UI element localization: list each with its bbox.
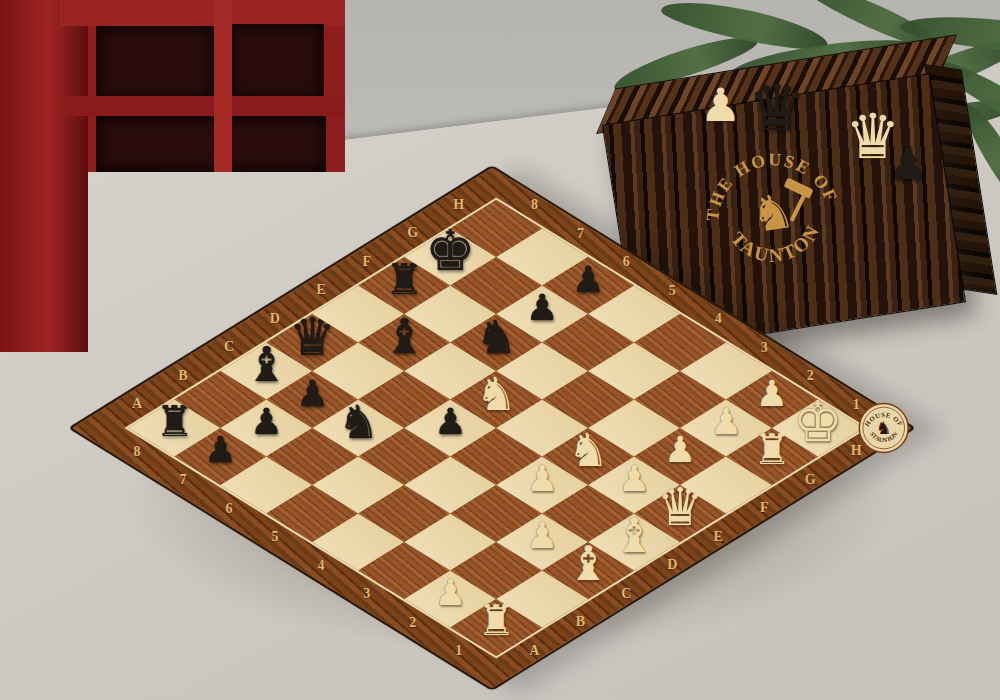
- file-label-top-F: F: [355, 251, 377, 273]
- rank-label-right-5: 5: [661, 280, 683, 302]
- rank-label-left-7: 7: [172, 469, 194, 491]
- rank-label-left-8: 8: [126, 440, 148, 462]
- rank-label-right-7: 7: [569, 223, 591, 245]
- file-label-top-H: H: [447, 194, 469, 216]
- cabinet-panel: [228, 24, 324, 100]
- house-of-staunton-board-roundel: HOUSE OF STAUNTON ♞: [858, 402, 910, 454]
- photo-stage: THE HOUSE OF STAUNTON® ♞ ♟♛♛♟ ♜♝♛♜♚♟♟♟♝♞…: [0, 0, 1000, 700]
- red-cabinet-beam: [60, 96, 345, 116]
- file-label-bottom-B: B: [569, 611, 591, 633]
- rank-label-left-3: 3: [355, 583, 377, 605]
- red-cabinet-beam: [60, 0, 345, 26]
- file-label-bottom-C: C: [615, 583, 637, 605]
- file-label-bottom-G: G: [799, 469, 821, 491]
- rank-label-right-2: 2: [799, 365, 821, 387]
- file-label-top-E: E: [310, 280, 332, 302]
- red-cabinet-post: [214, 0, 232, 172]
- rank-label-right-6: 6: [615, 251, 637, 273]
- file-label-bottom-A: A: [523, 640, 545, 662]
- knight-icon: ♞: [876, 418, 892, 438]
- rank-label-right-4: 4: [707, 308, 729, 330]
- file-label-top-G: G: [401, 223, 423, 245]
- rank-label-left-2: 2: [401, 611, 423, 633]
- rank-label-left-1: 1: [447, 640, 469, 662]
- cabinet-panel: [96, 26, 214, 100]
- rank-label-left-6: 6: [218, 497, 240, 519]
- white-pawn-on-box: ♟: [700, 82, 741, 128]
- black-pawn-on-box: ♟: [888, 142, 927, 186]
- file-label-top-D: D: [264, 308, 286, 330]
- red-cabinet: [0, 0, 345, 172]
- rank-label-left-5: 5: [264, 526, 286, 548]
- rank-label-right-8: 8: [523, 194, 545, 216]
- file-label-top-B: B: [172, 365, 194, 387]
- black-queen-on-box: ♛: [748, 76, 805, 140]
- file-label-bottom-E: E: [707, 526, 729, 548]
- house-of-staunton-box-logo: THE HOUSE OF STAUNTON® ♞: [677, 118, 869, 310]
- file-label-top-C: C: [218, 337, 240, 359]
- rank-label-right-3: 3: [753, 337, 775, 359]
- file-label-bottom-F: F: [753, 497, 775, 519]
- file-label-bottom-D: D: [661, 554, 683, 576]
- file-label-top-A: A: [126, 394, 148, 416]
- rank-label-left-4: 4: [310, 554, 332, 576]
- cabinet-panel: [96, 116, 326, 172]
- knight-gavel-icon: ♞: [747, 182, 799, 242]
- red-cabinet-leg: [0, 0, 88, 352]
